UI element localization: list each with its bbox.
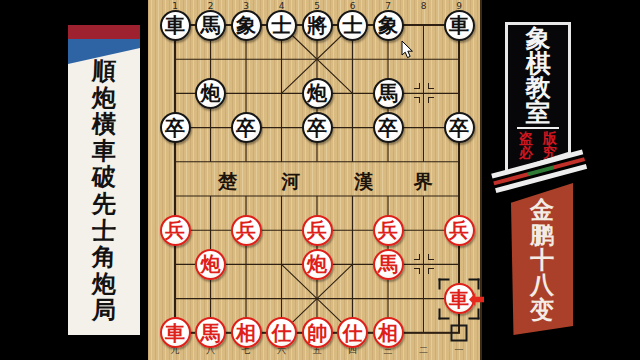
series-title-char: 十 [530, 247, 554, 272]
piece-black-cannon[interactable]: 炮 [195, 78, 226, 109]
channel-title-char: 象 [526, 27, 551, 52]
mouse-cursor [401, 40, 414, 59]
file-label-bottom: 一 [455, 345, 464, 355]
piece-black-advisor[interactable]: 士 [266, 10, 297, 41]
piece-black-advisor[interactable]: 士 [337, 10, 368, 41]
piece-red-cannon[interactable]: 炮 [302, 249, 333, 280]
piece-red-soldier[interactable]: 兵 [160, 215, 191, 246]
piece-red-horse[interactable]: 馬 [373, 249, 404, 280]
lesson-title-char: 順 [92, 58, 117, 85]
channel-banner-inner: 象棋教室 盗版必究 [508, 25, 568, 171]
piece-black-elephant[interactable]: 象 [231, 10, 262, 41]
piece-black-soldier[interactable]: 卒 [160, 112, 191, 143]
piece-black-horse[interactable]: 馬 [373, 78, 404, 109]
piece-black-soldier[interactable]: 卒 [373, 112, 404, 143]
lesson-title-char: 炮 [92, 271, 117, 298]
point-marker [413, 82, 435, 104]
lesson-title-char: 先 [92, 191, 117, 218]
series-title-char: 变 [530, 297, 554, 322]
piece-black-soldier[interactable]: 卒 [444, 112, 475, 143]
piece-black-rook[interactable]: 車 [444, 10, 475, 41]
lesson-title-char: 車 [92, 138, 117, 165]
channel-title-char: 室 [526, 101, 551, 126]
series-title-char: 鹏 [530, 222, 554, 247]
lesson-title-char: 局 [92, 297, 117, 324]
lesson-title-char: 士 [92, 218, 117, 245]
lesson-title-vertical-text: 順炮橫車破先士角炮局 [68, 58, 140, 324]
lesson-title-char: 破 [92, 164, 117, 191]
piece-red-general[interactable]: 帥 [302, 317, 333, 348]
piece-black-rook[interactable]: 車 [160, 10, 191, 41]
banner-red-band [68, 25, 140, 39]
file-label-top: 8 [421, 1, 427, 11]
piece-red-elephant[interactable]: 相 [231, 317, 262, 348]
channel-title-char: 教 [526, 76, 551, 101]
piece-black-soldier[interactable]: 卒 [302, 112, 333, 143]
piece-red-cannon[interactable]: 炮 [195, 249, 226, 280]
piece-red-soldier[interactable]: 兵 [231, 215, 262, 246]
piece-black-horse[interactable]: 馬 [195, 10, 226, 41]
piece-red-rook[interactable]: 車 [160, 317, 191, 348]
lesson-title-char: 角 [92, 244, 117, 271]
channel-title-vertical-text: 象棋教室 [526, 27, 551, 125]
piece-red-soldier[interactable]: 兵 [444, 215, 475, 246]
series-title-char: 金 [530, 197, 554, 222]
xiangqi-board[interactable]: 楚 河 漢 界 123456789九八七六五四三二一車馬象士將士象車炮炮馬卒卒卒… [148, 0, 482, 360]
channel-title-underline [517, 127, 559, 129]
piece-black-soldier[interactable]: 卒 [231, 112, 262, 143]
piece-red-rook[interactable]: 車 [444, 283, 475, 314]
series-banner: 金鹏十八变 [511, 183, 573, 335]
piece-black-elephant[interactable]: 象 [373, 10, 404, 41]
xiangqi-lesson-screen: 順炮橫車破先士角炮局 [0, 0, 640, 360]
piece-black-general[interactable]: 將 [302, 10, 333, 41]
last-move-from-marker [451, 324, 468, 341]
channel-banner: 象棋教室 盗版必究 [505, 22, 571, 174]
series-title-char: 八 [530, 272, 554, 297]
anti-piracy-line: 盗版 [509, 131, 567, 145]
lesson-title-banner: 順炮橫車破先士角炮局 [68, 25, 140, 335]
piece-red-soldier[interactable]: 兵 [373, 215, 404, 246]
piece-red-elephant[interactable]: 相 [373, 317, 404, 348]
lesson-title-char: 炮 [92, 85, 117, 112]
lesson-title-char: 橫 [92, 111, 117, 138]
river-label-chu-he: 楚 河 [218, 169, 320, 195]
river-label-han-jie: 漢 界 [354, 169, 450, 195]
piece-black-cannon[interactable]: 炮 [302, 78, 333, 109]
point-marker [413, 253, 435, 275]
piece-red-soldier[interactable]: 兵 [302, 215, 333, 246]
file-label-bottom: 二 [419, 345, 428, 355]
